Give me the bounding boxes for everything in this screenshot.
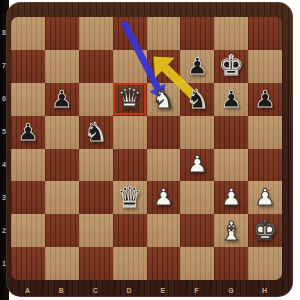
square-f3[interactable]: [180, 181, 214, 214]
square-g5[interactable]: [214, 116, 248, 149]
square-d8[interactable]: [113, 17, 147, 50]
square-b5[interactable]: [45, 116, 79, 149]
square-g1[interactable]: [214, 247, 248, 280]
square-f2[interactable]: [180, 214, 214, 247]
piece-white-pawn-f4[interactable]: ♟: [180, 149, 214, 182]
piece-black-pawn-h6[interactable]: ♟: [248, 83, 282, 116]
square-f1[interactable]: [180, 247, 214, 280]
piece-black-king-g7[interactable]: ♚: [214, 50, 248, 83]
piece-white-pawn-g3[interactable]: ♟: [214, 181, 248, 214]
square-b1[interactable]: [45, 247, 79, 280]
square-c7[interactable]: [79, 50, 113, 83]
square-c3[interactable]: [79, 181, 113, 214]
piece-black-pawn-b6[interactable]: ♟: [45, 83, 79, 116]
square-c4[interactable]: [79, 149, 113, 182]
square-h7[interactable]: [248, 50, 282, 83]
square-b7[interactable]: [45, 50, 79, 83]
piece-black-pawn-a5[interactable]: ♟: [11, 116, 45, 149]
square-h8[interactable]: [248, 17, 282, 50]
square-a8[interactable]: [11, 17, 45, 50]
square-d1[interactable]: [113, 247, 147, 280]
square-b3[interactable]: [45, 181, 79, 214]
piece-black-pawn-g6[interactable]: ♟: [214, 83, 248, 116]
square-a4[interactable]: [11, 149, 45, 182]
square-e7[interactable]: [147, 50, 181, 83]
square-h5[interactable]: [248, 116, 282, 149]
square-d5[interactable]: [113, 116, 147, 149]
square-b2[interactable]: [45, 214, 79, 247]
square-f8[interactable]: [180, 17, 214, 50]
piece-black-pawn-f7[interactable]: ♟: [180, 50, 214, 83]
piece-white-pawn-h3[interactable]: ♟: [248, 181, 282, 214]
piece-black-knight-c5[interactable]: ♞: [79, 116, 113, 149]
square-b4[interactable]: [45, 149, 79, 182]
square-a3[interactable]: [11, 181, 45, 214]
square-d2[interactable]: [113, 214, 147, 247]
square-a7[interactable]: [11, 50, 45, 83]
square-e2[interactable]: [147, 214, 181, 247]
square-g8[interactable]: [214, 17, 248, 50]
piece-white-bishop-g2[interactable]: ♝: [214, 214, 248, 247]
square-a2[interactable]: [11, 214, 45, 247]
square-b8[interactable]: [45, 17, 79, 50]
square-h4[interactable]: [248, 149, 282, 182]
square-c8[interactable]: [79, 17, 113, 50]
piece-black-knight-f6[interactable]: ♞: [180, 83, 214, 116]
square-c6[interactable]: [79, 83, 113, 116]
square-e8[interactable]: [147, 17, 181, 50]
chess-board-screenshot: { "game": "chess", "position": { "fen": …: [0, 0, 300, 300]
square-f5[interactable]: [180, 116, 214, 149]
square-e5[interactable]: [147, 116, 181, 149]
piece-white-knight-e6[interactable]: ♞: [147, 83, 181, 116]
square-h1[interactable]: [248, 247, 282, 280]
square-d4[interactable]: [113, 149, 147, 182]
square-e1[interactable]: [147, 247, 181, 280]
square-d7[interactable]: [113, 50, 147, 83]
square-g4[interactable]: [214, 149, 248, 182]
piece-white-pawn-e3[interactable]: ♟: [147, 181, 181, 214]
square-c2[interactable]: [79, 214, 113, 247]
square-a1[interactable]: [11, 247, 45, 280]
square-a6[interactable]: [11, 83, 45, 116]
piece-white-king-h2[interactable]: ♚: [248, 214, 282, 247]
square-e4[interactable]: [147, 149, 181, 182]
piece-white-queen-d6[interactable]: ♛: [113, 83, 147, 116]
square-c1[interactable]: [79, 247, 113, 280]
piece-black-queen-d3[interactable]: ♛: [113, 181, 147, 214]
